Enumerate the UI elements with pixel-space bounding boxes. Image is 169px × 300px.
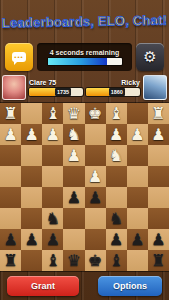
piece-black-pawn: ♟ [25,232,39,248]
square-c3[interactable] [42,145,63,166]
square-a2[interactable]: ♟ [0,124,21,145]
right-player-name: Ricky [86,79,140,87]
square-h8[interactable]: ♜ [148,250,169,271]
square-a5[interactable] [0,187,21,208]
square-b4[interactable] [21,166,42,187]
square-h4[interactable] [148,166,169,187]
left-player-rating-bar: 1735 [29,88,83,96]
square-g8[interactable] [127,250,148,271]
square-g7[interactable]: ♟ [127,229,148,250]
promo-banner: Leaderboards, ELO, Chat! [0,0,169,42]
chat-button[interactable]: ••• [5,43,33,71]
square-b5[interactable] [21,187,42,208]
square-g4[interactable] [127,166,148,187]
right-player-block: Ricky 1860 [86,79,140,96]
square-e1[interactable]: ♚ [85,103,106,124]
piece-black-bishop: ♝ [46,253,60,269]
piece-white-pawn: ♟ [88,169,102,185]
piece-white-pawn: ♟ [25,127,39,143]
left-player-name: Clare 75 [29,79,83,87]
piece-white-king: ♚ [88,106,102,122]
square-g6[interactable] [127,208,148,229]
square-e4[interactable]: ♟ [85,166,106,187]
square-g5[interactable] [127,187,148,208]
square-d5[interactable]: ♟ [63,187,84,208]
square-h5[interactable] [148,187,169,208]
square-c4[interactable] [42,166,63,187]
square-h6[interactable] [148,208,169,229]
square-g2[interactable]: ♟ [127,124,148,145]
square-e2[interactable] [85,124,106,145]
piece-black-knight: ♞ [46,211,60,227]
square-a8[interactable]: ♜ [0,250,21,271]
timer-progress-bar [48,58,122,65]
piece-white-queen: ♛ [67,106,81,122]
piece-black-pawn: ♟ [151,232,165,248]
left-player-block: Clare 75 1735 [29,79,83,96]
piece-white-rook: ♜ [3,106,17,122]
piece-white-pawn: ♟ [67,148,81,164]
right-player-avatar[interactable] [143,75,167,100]
piece-black-pawn: ♟ [67,190,81,206]
square-c5[interactable] [42,187,63,208]
piece-black-knight: ♞ [109,211,123,227]
piece-white-pawn: ♟ [130,127,144,143]
piece-white-knight: ♞ [67,127,81,143]
square-d4[interactable] [63,166,84,187]
timer-progress-fill [48,58,107,65]
piece-black-king: ♚ [88,253,102,269]
square-e6[interactable] [85,208,106,229]
square-b3[interactable] [21,145,42,166]
piece-white-knight: ♞ [109,148,123,164]
piece-black-pawn: ♟ [109,232,123,248]
square-a6[interactable] [0,208,21,229]
piece-white-pawn: ♟ [151,127,165,143]
square-h2[interactable]: ♟ [148,124,169,145]
square-b8[interactable] [21,250,42,271]
square-d2[interactable]: ♞ [63,124,84,145]
square-h1[interactable]: ♜ [148,103,169,124]
piece-black-rook: ♜ [151,253,165,269]
piece-black-pawn: ♟ [3,232,17,248]
square-f1[interactable]: ♝ [106,103,127,124]
square-c6[interactable]: ♞ [42,208,63,229]
square-f3[interactable]: ♞ [106,145,127,166]
square-c1[interactable]: ♝ [42,103,63,124]
players-row: Clare 75 1735 Ricky 1860 [2,74,167,101]
square-d6[interactable] [63,208,84,229]
piece-black-pawn: ♟ [46,232,60,248]
square-e7[interactable] [85,229,106,250]
square-d7[interactable] [63,229,84,250]
settings-button[interactable]: ⚙ [136,43,164,71]
piece-black-pawn: ♟ [88,190,102,206]
square-g3[interactable] [127,145,148,166]
chat-bubble-icon: ••• [12,52,26,62]
chess-app-screen: Leaderboards, ELO, Chat! ••• 4 seconds r… [0,0,169,300]
square-a7[interactable]: ♟ [0,229,21,250]
piece-white-bishop: ♝ [109,106,123,122]
piece-white-pawn: ♟ [109,127,123,143]
chess-board: ♜♝♛♚♝♜♟♟♟♞♟♟♟♟♞♟♟♟♞♞♟♟♟♟♟♟♜♝♛♚♝♜ [0,103,169,271]
square-f2[interactable]: ♟ [106,124,127,145]
piece-white-rook: ♜ [151,106,165,122]
piece-black-rook: ♜ [3,253,17,269]
piece-white-bishop: ♝ [46,106,60,122]
square-b1[interactable] [21,103,42,124]
square-c8[interactable]: ♝ [42,250,63,271]
right-player-rating: 1860 [109,88,125,96]
square-a3[interactable] [0,145,21,166]
square-a1[interactable]: ♜ [0,103,21,124]
timer-text: 4 seconds remaining [50,49,120,56]
square-g1[interactable] [127,103,148,124]
square-d1[interactable]: ♛ [63,103,84,124]
square-b2[interactable]: ♟ [21,124,42,145]
square-c7[interactable]: ♟ [42,229,63,250]
left-rating-fill [29,88,55,96]
piece-black-pawn: ♟ [130,232,144,248]
square-e5[interactable]: ♟ [85,187,106,208]
square-h7[interactable]: ♟ [148,229,169,250]
square-a4[interactable] [0,166,21,187]
grant-button[interactable]: Grant [7,276,79,296]
gear-icon: ⚙ [143,50,156,65]
square-f8[interactable]: ♝ [106,250,127,271]
piece-white-pawn: ♟ [3,127,17,143]
footer-bar: Grant Options [0,271,169,300]
piece-white-pawn: ♟ [46,127,60,143]
square-d3[interactable]: ♟ [63,145,84,166]
piece-black-queen: ♛ [67,253,81,269]
right-player-rating-bar: 1860 [86,88,140,96]
square-b7[interactable]: ♟ [21,229,42,250]
left-player-rating: 1735 [55,88,71,96]
promo-banner-text: Leaderboards, ELO, Chat! [2,12,167,30]
square-h3[interactable] [148,145,169,166]
square-e8[interactable]: ♚ [85,250,106,271]
timer-panel: 4 seconds remaining [37,43,132,71]
square-d8[interactable]: ♛ [63,250,84,271]
hud-row: ••• 4 seconds remaining ⚙ [5,43,164,71]
square-c2[interactable]: ♟ [42,124,63,145]
square-f6[interactable]: ♞ [106,208,127,229]
square-f4[interactable] [106,166,127,187]
options-button[interactable]: Options [98,276,162,296]
square-f5[interactable] [106,187,127,208]
square-b6[interactable] [21,208,42,229]
right-rating-fill [86,88,109,96]
square-f7[interactable]: ♟ [106,229,127,250]
square-e3[interactable] [85,145,106,166]
left-player-avatar[interactable] [2,75,26,100]
piece-black-bishop: ♝ [109,253,123,269]
